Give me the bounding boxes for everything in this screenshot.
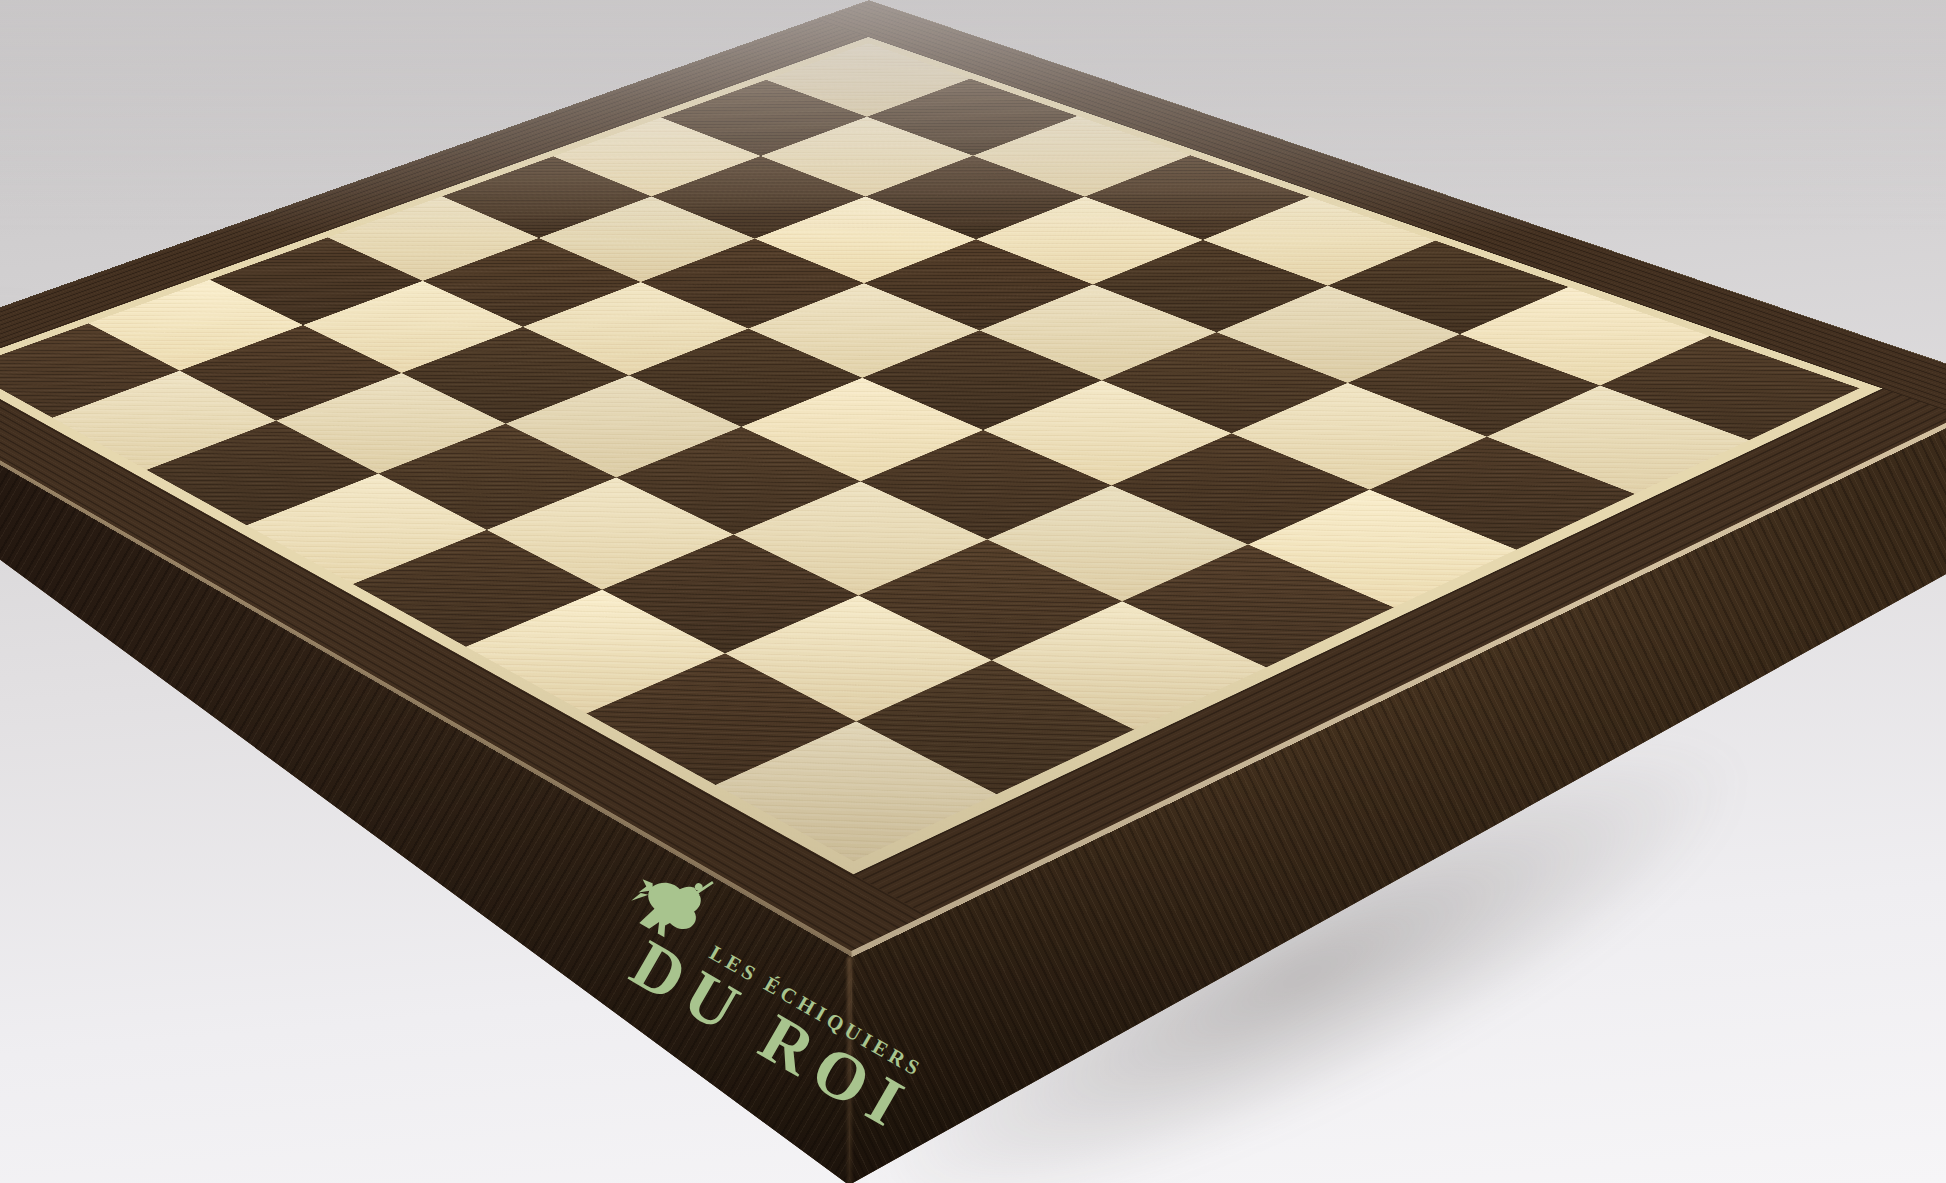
photo-scene: LES ÉCHIQUIERS DU ROI (0, 0, 1946, 1183)
